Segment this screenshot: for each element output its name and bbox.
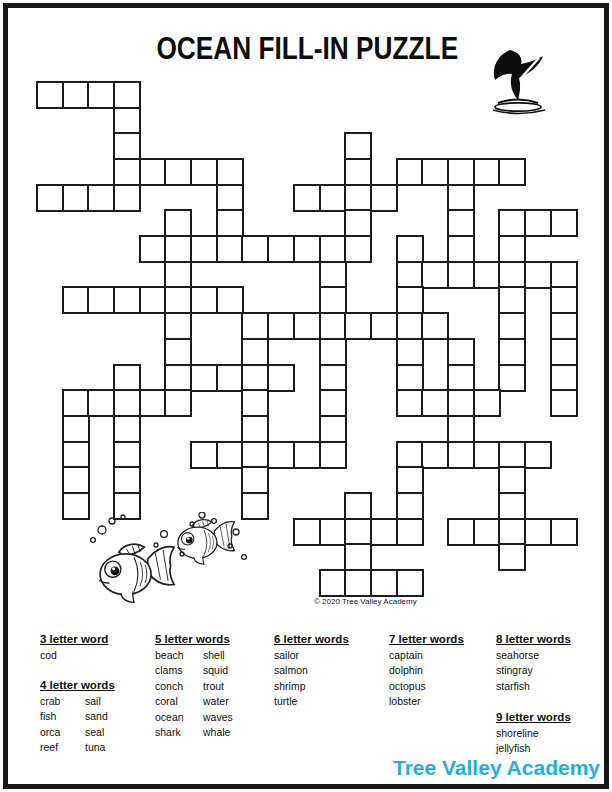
word-list-item: turtle [274,694,308,709]
grid-cell[interactable] [524,261,552,289]
grid-cell[interactable] [164,158,192,186]
grid-cell[interactable] [421,441,449,469]
grid-cell[interactable] [344,492,372,520]
grid-cell[interactable] [447,415,475,443]
grid-cell[interactable] [396,261,424,289]
grid-cell[interactable] [421,158,449,186]
copyright: © 2020 Tree Valley Academy [314,597,417,606]
grid-cell[interactable] [62,389,90,417]
word-list-item: jellyfish [496,741,539,756]
grid-cell[interactable] [113,107,141,135]
grid-cell[interactable] [139,235,167,263]
grid-cell[interactable] [421,389,449,417]
word-list-heading: 9 letter words [496,711,571,723]
grid-cell[interactable] [62,441,90,469]
branding: Tree Valley Academy [393,756,600,780]
word-list-item: shoreline [496,726,539,741]
grid-cell[interactable] [62,466,90,494]
word-list-5-letter: 5 letter words beachclamsconchcoralocean… [155,633,233,740]
grid-cell[interactable] [447,364,475,392]
grid-cell[interactable] [113,389,141,417]
grid-cell[interactable] [447,518,475,546]
word-list-item: trout [203,679,233,694]
grid-cell[interactable] [319,518,347,546]
grid-cell[interactable] [498,312,526,340]
grid-cell[interactable] [370,312,398,340]
word-list-item: tuna [85,740,108,755]
grid-cell[interactable] [216,364,244,392]
grid-cell[interactable] [550,286,578,314]
grid-cell[interactable] [87,184,115,212]
grid-cell[interactable] [473,261,501,289]
grid-cell[interactable] [344,158,372,186]
grid-cell[interactable] [498,286,526,314]
word-list-item: coral [155,694,203,709]
grid-cell[interactable] [498,543,526,571]
grid-cell[interactable] [473,518,501,546]
grid-cell[interactable] [62,286,90,314]
grid-cell[interactable] [319,389,347,417]
word-list-item: water [203,694,233,709]
word-list-item: dolphin [389,663,426,678]
grid-cell[interactable] [139,158,167,186]
grid-cell[interactable] [396,466,424,494]
grid-cell[interactable] [164,364,192,392]
grid-cell[interactable] [319,286,347,314]
grid-cell[interactable] [550,312,578,340]
word-list-3-letter: 3 letter word cod [40,633,108,663]
grid-cell[interactable] [293,235,321,263]
grid-cell[interactable] [524,209,552,237]
grid-cell[interactable] [344,518,372,546]
word-list-9-letter: 9 letter words shorelinejellyfish [496,711,571,757]
grid-cell[interactable] [473,158,501,186]
grid-cell[interactable] [267,441,295,469]
grid-cell[interactable] [550,338,578,366]
word-list-item: octopus [389,679,426,694]
word-list-heading: 6 letter words [274,633,349,645]
grid-cell[interactable] [447,235,475,263]
grid-cell[interactable] [164,389,192,417]
grid-cell[interactable] [216,286,244,314]
word-list-item: squid [203,663,233,678]
word-list-item: clams [155,663,203,678]
word-list-heading: 5 letter words [155,633,233,645]
grid-cell[interactable] [164,261,192,289]
grid-cell[interactable] [267,235,295,263]
grid-cell[interactable] [370,184,398,212]
grid-cell[interactable] [241,312,269,340]
grid-cell[interactable] [241,389,269,417]
word-list-8-letter: 8 letter words seahorsestingraystarfish [496,633,571,694]
word-list-item: shark [155,725,203,740]
grid-cell[interactable] [241,415,269,443]
word-list-6-letter: 6 letter words sailorsalmonshrimpturtle [274,633,349,710]
word-list-item: crab [40,694,85,709]
grid-cell[interactable] [396,389,424,417]
grid-cell[interactable] [319,261,347,289]
grid-cell[interactable] [473,389,501,417]
grid-cell[interactable] [216,235,244,263]
grid-cell[interactable] [87,81,115,109]
grid-cell[interactable] [62,415,90,443]
word-list-7-letter: 7 letter words captaindolphinoctopuslobs… [389,633,464,710]
grid-cell[interactable] [113,466,141,494]
word-list-heading: 8 letter words [496,633,571,645]
word-list-heading: 7 letter words [389,633,464,645]
grid-cell[interactable] [421,312,449,340]
grid-cell[interactable] [396,286,424,314]
grid-cell[interactable] [113,364,141,392]
grid-cell[interactable] [113,286,141,314]
grid-cell[interactable] [473,441,501,469]
grid-cell[interactable] [344,312,372,340]
grid-cell[interactable] [498,261,526,289]
grid-cell[interactable] [190,158,218,186]
grid-cell[interactable] [241,235,269,263]
grid-cell[interactable] [293,184,321,212]
grid-cell[interactable] [498,209,526,237]
grid-cell[interactable] [344,184,372,212]
grid-cell[interactable] [498,158,526,186]
grid-cell[interactable] [396,312,424,340]
grid-cell[interactable] [524,518,552,546]
grid-cell[interactable] [216,158,244,186]
grid-cell[interactable] [447,158,475,186]
grid-cell[interactable] [164,338,192,366]
word-list-heading: 4 letter words [40,679,115,691]
grid-cell[interactable] [62,184,90,212]
word-list-item: shell [203,648,233,663]
grid-cell[interactable] [550,364,578,392]
grid-cell[interactable] [319,235,347,263]
grid-cell[interactable] [319,312,347,340]
grid-cell[interactable] [524,441,552,469]
grid-cell[interactable] [396,338,424,366]
word-list-item: seahorse [496,648,539,663]
word-list-item: sail [85,694,108,709]
grid-cell[interactable] [344,235,372,263]
grid-cell[interactable] [396,364,424,392]
grid-cell[interactable] [216,441,244,469]
word-list-item: cod [40,648,57,663]
grid-cell[interactable] [139,389,167,417]
grid-cell[interactable] [447,184,475,212]
grid-cell[interactable] [396,158,424,186]
grid-cell[interactable] [241,364,269,392]
grid-cell[interactable] [164,286,192,314]
fish-icon [85,512,255,614]
grid-cell[interactable] [267,364,295,392]
word-list-item: orca [40,725,85,740]
word-list-item: starfish [496,679,539,694]
grid-cell[interactable] [447,261,475,289]
grid-cell[interactable] [319,184,347,212]
grid-cell[interactable] [396,492,424,520]
grid-cell[interactable] [498,364,526,392]
grid-cell[interactable] [164,235,192,263]
grid-cell[interactable] [319,338,347,366]
grid-cell[interactable] [498,338,526,366]
grid-cell[interactable] [190,286,218,314]
grid-cell[interactable] [396,569,424,597]
grid-cell[interactable] [293,518,321,546]
grid-cell[interactable] [498,518,526,546]
page-title: OCEAN FILL-IN PUZZLE [156,30,451,67]
grid-cell[interactable] [447,441,475,469]
word-list-item: fish [40,709,85,724]
grid-cell[interactable] [87,389,115,417]
word-list-item: lobster [389,694,426,709]
word-list-item: conch [155,679,203,694]
word-list-item: stingray [496,663,539,678]
grid-cell[interactable] [344,543,372,571]
worksheet-page: OCEAN FILL-IN PUZZLE [0,0,612,792]
grid-cell[interactable] [62,81,90,109]
word-list-item: ocean [155,710,203,725]
word-list-item: sailor [274,648,308,663]
word-list-item: shrimp [274,679,308,694]
grid-cell[interactable] [113,132,141,160]
grid-cell[interactable] [370,518,398,546]
grid-cell[interactable] [498,492,526,520]
word-list-item: waves [203,710,233,725]
grid-cell[interactable] [319,415,347,443]
grid-cell[interactable] [241,466,269,494]
grid-cell[interactable] [370,569,398,597]
grid-cell[interactable] [319,364,347,392]
grid-cell[interactable] [190,364,218,392]
grid-cell[interactable] [216,209,244,237]
grid-cell[interactable] [498,235,526,263]
grid-cell[interactable] [113,415,141,443]
word-list-item: whale [203,725,233,740]
grid-cell[interactable] [550,518,578,546]
grid-cell[interactable] [190,235,218,263]
word-list-heading: 3 letter word [40,633,108,645]
grid-cell[interactable] [396,518,424,546]
grid-cell[interactable] [293,441,321,469]
grid-cell[interactable] [344,132,372,160]
grid-cell[interactable] [550,389,578,417]
grid-cell[interactable] [113,81,141,109]
grid-cell[interactable] [36,81,64,109]
grid-cell[interactable] [190,441,218,469]
grid-cell[interactable] [447,209,475,237]
grid-cell[interactable] [498,441,526,469]
grid-cell[interactable] [267,312,295,340]
grid-cell[interactable] [498,466,526,494]
grid-cell[interactable] [396,235,424,263]
grid-cell[interactable] [216,184,244,212]
grid-cell[interactable] [396,441,424,469]
word-list-item: sand [85,709,108,724]
word-list-item: salmon [274,663,308,678]
grid-cell[interactable] [319,569,347,597]
grid-cell[interactable] [241,338,269,366]
grid-cell[interactable] [164,312,192,340]
grid-cell[interactable] [319,441,347,469]
grid-cell[interactable] [293,312,321,340]
grid-cell[interactable] [87,286,115,314]
grid-cell[interactable] [139,286,167,314]
grid-cell[interactable] [550,209,578,237]
word-list-item: seal [85,725,108,740]
grid-cell[interactable] [447,338,475,366]
grid-cell[interactable] [447,389,475,417]
grid-cell[interactable] [113,184,141,212]
grid-cell[interactable] [241,441,269,469]
word-list-item: captain [389,648,426,663]
grid-cell[interactable] [344,569,372,597]
grid-cell[interactable] [421,261,449,289]
grid-cell[interactable] [164,209,192,237]
grid-cell[interactable] [344,209,372,237]
grid-cell[interactable] [113,441,141,469]
word-list-4-letter: 4 letter words crabfishorcareef sailsand… [40,679,115,756]
word-list-item: beach [155,648,203,663]
grid-cell[interactable] [550,261,578,289]
word-list-item: reef [40,740,85,755]
grid-cell[interactable] [113,158,141,186]
grid-cell[interactable] [36,184,64,212]
